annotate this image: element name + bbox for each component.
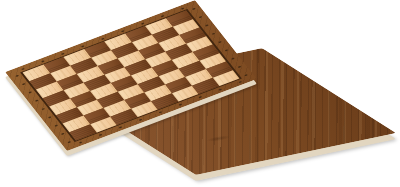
frame-dot: [34, 100, 38, 102]
product-photo: [0, 0, 400, 187]
frame-dot: [47, 116, 51, 118]
frame-dot: [78, 141, 82, 143]
frame-dot: [230, 57, 234, 59]
frame-dot: [198, 16, 202, 18]
frame-dot: [158, 111, 162, 113]
frame-dot: [244, 74, 248, 76]
frame-dot: [67, 141, 71, 143]
frame-dot: [138, 119, 142, 121]
frame-dot: [218, 88, 222, 90]
frame-dot: [237, 66, 241, 68]
frame-dot: [198, 96, 202, 98]
frame-dot: [224, 49, 228, 51]
frame-dot: [60, 133, 64, 135]
frame-dot: [118, 126, 122, 128]
frame-dot: [238, 81, 242, 83]
frame-dot: [178, 104, 182, 106]
frame-dot: [54, 124, 58, 126]
frame-dot: [211, 33, 215, 35]
frame-dot: [98, 134, 102, 136]
frame-dot: [204, 24, 208, 26]
frame-dot: [41, 108, 45, 110]
frame-dot: [217, 41, 221, 43]
frame-dot: [21, 83, 25, 85]
frame-dot: [191, 8, 195, 10]
frame-dot: [28, 91, 32, 93]
frame-dot: [15, 75, 19, 77]
